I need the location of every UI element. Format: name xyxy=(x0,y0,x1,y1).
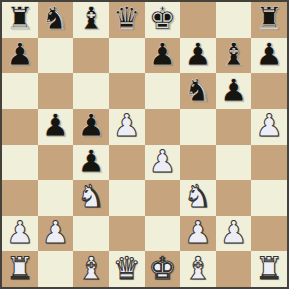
chess-board: ♜♞♝♛♚♜♟♟♟♝♟♞♟♟♟♟♟♟♟♞♞♟♟♟♟♜♝♛♚♝♜ xyxy=(0,0,289,289)
square-b6[interactable] xyxy=(38,73,74,109)
square-f4[interactable] xyxy=(180,145,216,181)
piece-white-pawn[interactable]: ♟ xyxy=(113,110,141,141)
square-f5[interactable] xyxy=(180,109,216,145)
square-h2[interactable] xyxy=(251,216,287,252)
square-b1[interactable] xyxy=(38,251,74,287)
piece-black-knight[interactable]: ♞ xyxy=(184,75,212,106)
square-c6[interactable] xyxy=(73,73,109,109)
square-a7[interactable]: ♟ xyxy=(2,38,38,74)
piece-black-queen[interactable]: ♛ xyxy=(113,3,141,34)
square-g8[interactable] xyxy=(216,2,252,38)
square-c5[interactable]: ♟ xyxy=(73,109,109,145)
square-g3[interactable] xyxy=(216,180,252,216)
square-h1[interactable]: ♜ xyxy=(251,251,287,287)
piece-black-king[interactable]: ♚ xyxy=(148,3,176,34)
square-a2[interactable]: ♟ xyxy=(2,216,38,252)
square-a6[interactable] xyxy=(2,73,38,109)
piece-black-bishop[interactable]: ♝ xyxy=(220,39,248,70)
piece-black-pawn[interactable]: ♟ xyxy=(220,75,248,106)
square-g2[interactable]: ♟ xyxy=(216,216,252,252)
square-e6[interactable] xyxy=(145,73,181,109)
piece-white-pawn[interactable]: ♟ xyxy=(148,146,176,177)
square-h3[interactable] xyxy=(251,180,287,216)
square-e3[interactable] xyxy=(145,180,181,216)
square-h5[interactable]: ♟ xyxy=(251,109,287,145)
square-h4[interactable] xyxy=(251,145,287,181)
piece-white-pawn[interactable]: ♟ xyxy=(6,217,34,248)
square-h8[interactable]: ♜ xyxy=(251,2,287,38)
square-b3[interactable] xyxy=(38,180,74,216)
square-d3[interactable] xyxy=(109,180,145,216)
piece-white-pawn[interactable]: ♟ xyxy=(255,110,283,141)
square-g1[interactable] xyxy=(216,251,252,287)
square-a5[interactable] xyxy=(2,109,38,145)
square-d4[interactable] xyxy=(109,145,145,181)
square-f8[interactable] xyxy=(180,2,216,38)
piece-black-bishop[interactable]: ♝ xyxy=(77,3,105,34)
square-e1[interactable]: ♚ xyxy=(145,251,181,287)
square-g7[interactable]: ♝ xyxy=(216,38,252,74)
piece-white-rook[interactable]: ♜ xyxy=(255,253,283,284)
piece-black-rook[interactable]: ♜ xyxy=(255,3,283,34)
piece-white-pawn[interactable]: ♟ xyxy=(42,217,70,248)
piece-white-bishop[interactable]: ♝ xyxy=(77,253,105,284)
piece-white-bishop[interactable]: ♝ xyxy=(184,253,212,284)
piece-white-pawn[interactable]: ♟ xyxy=(220,217,248,248)
square-f1[interactable]: ♝ xyxy=(180,251,216,287)
square-e8[interactable]: ♚ xyxy=(145,2,181,38)
square-f2[interactable]: ♟ xyxy=(180,216,216,252)
piece-black-pawn[interactable]: ♟ xyxy=(77,146,105,177)
square-a1[interactable]: ♜ xyxy=(2,251,38,287)
piece-white-king[interactable]: ♚ xyxy=(148,253,176,284)
piece-white-knight[interactable]: ♞ xyxy=(184,181,212,212)
square-f7[interactable]: ♟ xyxy=(180,38,216,74)
piece-white-pawn[interactable]: ♟ xyxy=(184,217,212,248)
square-f3[interactable]: ♞ xyxy=(180,180,216,216)
piece-black-knight[interactable]: ♞ xyxy=(42,3,70,34)
piece-white-rook[interactable]: ♜ xyxy=(6,253,34,284)
square-h7[interactable]: ♟ xyxy=(251,38,287,74)
square-e2[interactable] xyxy=(145,216,181,252)
square-b7[interactable] xyxy=(38,38,74,74)
square-c7[interactable] xyxy=(73,38,109,74)
square-d7[interactable] xyxy=(109,38,145,74)
square-b4[interactable] xyxy=(38,145,74,181)
square-e5[interactable] xyxy=(145,109,181,145)
piece-black-rook[interactable]: ♜ xyxy=(6,3,34,34)
square-c2[interactable] xyxy=(73,216,109,252)
piece-black-pawn[interactable]: ♟ xyxy=(42,110,70,141)
square-a4[interactable] xyxy=(2,145,38,181)
square-c4[interactable]: ♟ xyxy=(73,145,109,181)
square-g6[interactable]: ♟ xyxy=(216,73,252,109)
piece-black-pawn[interactable]: ♟ xyxy=(148,39,176,70)
piece-black-pawn[interactable]: ♟ xyxy=(77,110,105,141)
chess-board-container: ♜♞♝♛♚♜♟♟♟♝♟♞♟♟♟♟♟♟♟♞♞♟♟♟♟♜♝♛♚♝♜ xyxy=(0,0,289,289)
square-g4[interactable] xyxy=(216,145,252,181)
square-a3[interactable] xyxy=(2,180,38,216)
square-b5[interactable]: ♟ xyxy=(38,109,74,145)
square-d5[interactable]: ♟ xyxy=(109,109,145,145)
square-f6[interactable]: ♞ xyxy=(180,73,216,109)
square-c3[interactable]: ♞ xyxy=(73,180,109,216)
square-d8[interactable]: ♛ xyxy=(109,2,145,38)
square-a8[interactable]: ♜ xyxy=(2,2,38,38)
piece-black-pawn[interactable]: ♟ xyxy=(6,39,34,70)
square-b8[interactable]: ♞ xyxy=(38,2,74,38)
piece-black-pawn[interactable]: ♟ xyxy=(184,39,212,70)
square-e7[interactable]: ♟ xyxy=(145,38,181,74)
square-b2[interactable]: ♟ xyxy=(38,216,74,252)
piece-white-queen[interactable]: ♛ xyxy=(113,253,141,284)
square-g5[interactable] xyxy=(216,109,252,145)
square-e4[interactable]: ♟ xyxy=(145,145,181,181)
square-d1[interactable]: ♛ xyxy=(109,251,145,287)
square-h6[interactable] xyxy=(251,73,287,109)
square-c1[interactable]: ♝ xyxy=(73,251,109,287)
piece-black-pawn[interactable]: ♟ xyxy=(255,39,283,70)
square-d2[interactable] xyxy=(109,216,145,252)
square-c8[interactable]: ♝ xyxy=(73,2,109,38)
piece-white-knight[interactable]: ♞ xyxy=(77,181,105,212)
square-d6[interactable] xyxy=(109,73,145,109)
